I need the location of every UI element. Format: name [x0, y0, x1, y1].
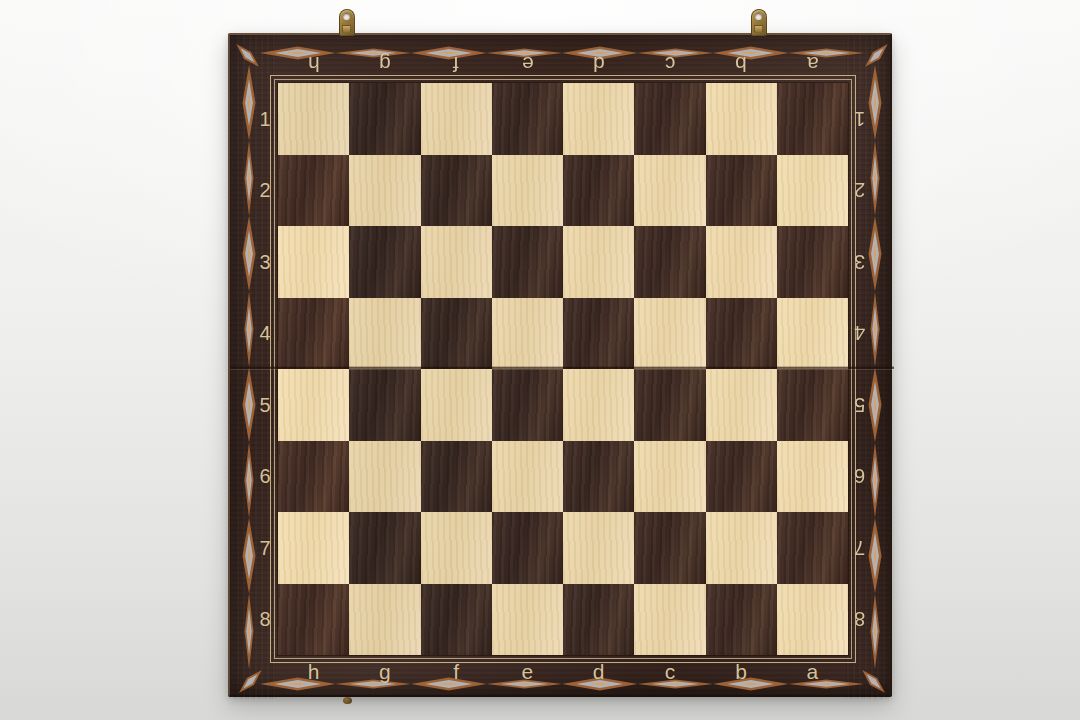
coord-cell: h [278, 658, 349, 684]
square-h1[interactable] [278, 83, 349, 155]
coord-bottom-c: c [665, 661, 676, 682]
square-d6[interactable] [563, 441, 634, 513]
latch-pin [343, 697, 352, 704]
square-f1[interactable] [421, 83, 492, 155]
coord-cell: 2 [847, 155, 873, 227]
coord-bottom-b: b [735, 661, 747, 682]
coord-cell: 8 [847, 584, 873, 656]
square-c2[interactable] [634, 155, 705, 227]
square-g7[interactable] [349, 512, 420, 584]
square-f4[interactable] [421, 298, 492, 370]
square-f2[interactable] [421, 155, 492, 227]
square-g5[interactable] [349, 369, 420, 441]
square-h6[interactable] [278, 441, 349, 513]
square-f7[interactable] [421, 512, 492, 584]
coord-cell: f [421, 658, 492, 684]
coordinates-top: hgfedcba [278, 51, 848, 77]
inlay-corner-svg [857, 665, 890, 698]
square-b6[interactable] [706, 441, 777, 513]
coord-cell: a [777, 51, 848, 77]
coord-top-h: h [308, 54, 320, 75]
square-b4[interactable] [706, 298, 777, 370]
square-f6[interactable] [421, 441, 492, 513]
hanger-inset [342, 25, 351, 33]
square-g1[interactable] [349, 83, 420, 155]
coord-cell: g [349, 658, 420, 684]
coord-cell: f [421, 51, 492, 77]
square-h5[interactable] [278, 369, 349, 441]
coord-left-1: 1 [259, 109, 270, 129]
coord-left-8: 8 [259, 609, 270, 629]
square-a6[interactable] [777, 441, 848, 513]
chess-board: hgfedcba hgfedcba 12345678 12345678 [228, 33, 892, 697]
coord-left-5: 5 [259, 395, 270, 415]
coord-right-2: 2 [854, 180, 865, 200]
square-b5[interactable] [706, 369, 777, 441]
coord-bottom-a: a [807, 661, 819, 682]
brass-hanger-left [339, 9, 355, 36]
square-a4[interactable] [777, 298, 848, 370]
square-g4[interactable] [349, 298, 420, 370]
coord-cell: 5 [847, 369, 873, 441]
coord-right-1: 1 [854, 109, 865, 129]
coord-left-4: 4 [259, 323, 270, 343]
coord-cell: 7 [847, 512, 873, 584]
coord-cell: 4 [847, 298, 873, 370]
brass-hanger-right [751, 9, 767, 36]
coord-top-e: e [522, 54, 534, 75]
inlay-corner-diamond [233, 38, 266, 71]
square-f5[interactable] [421, 369, 492, 441]
coord-right-4: 4 [854, 323, 865, 343]
square-e2[interactable] [492, 155, 563, 227]
square-g3[interactable] [349, 226, 420, 298]
coord-cell: b [706, 658, 777, 684]
inlay-corner-svg [860, 39, 893, 72]
coord-cell: 7 [252, 512, 278, 584]
square-c1[interactable] [634, 83, 705, 155]
square-d3[interactable] [563, 226, 634, 298]
square-b8[interactable] [706, 584, 777, 656]
square-a3[interactable] [777, 226, 848, 298]
square-d4[interactable] [563, 298, 634, 370]
coord-cell: 5 [252, 369, 278, 441]
square-d2[interactable] [563, 155, 634, 227]
square-e8[interactable] [492, 584, 563, 656]
coordinates-right: 12345678 [847, 83, 873, 655]
square-b7[interactable] [706, 512, 777, 584]
coordinates-bottom: hgfedcba [278, 658, 848, 684]
coord-top-a: a [807, 54, 819, 75]
square-c3[interactable] [634, 226, 705, 298]
hanger-hole [755, 13, 762, 20]
coord-cell: 3 [252, 226, 278, 298]
coord-bottom-h: h [308, 661, 320, 682]
inlay-corner-diamond [859, 664, 892, 697]
coord-left-3: 3 [259, 252, 270, 272]
square-c8[interactable] [634, 584, 705, 656]
coord-right-6: 6 [854, 466, 865, 486]
playing-field [278, 83, 848, 655]
hanger-inset [754, 25, 763, 33]
coord-cell: 8 [252, 584, 278, 656]
square-h3[interactable] [278, 226, 349, 298]
inlay-corner-svg [231, 39, 264, 72]
square-e7[interactable] [492, 512, 563, 584]
coord-right-3: 3 [854, 252, 865, 272]
square-e3[interactable] [492, 226, 563, 298]
coord-right-8: 8 [854, 609, 865, 629]
square-e6[interactable] [492, 441, 563, 513]
coord-cell: 6 [847, 441, 873, 513]
square-c6[interactable] [634, 441, 705, 513]
square-b3[interactable] [706, 226, 777, 298]
square-a2[interactable] [777, 155, 848, 227]
inlay-corner-svg [234, 665, 267, 698]
square-h2[interactable] [278, 155, 349, 227]
square-c7[interactable] [634, 512, 705, 584]
square-a7[interactable] [777, 512, 848, 584]
coord-right-5: 5 [854, 395, 865, 415]
coord-bottom-g: g [379, 661, 391, 682]
coord-bottom-d: d [593, 661, 605, 682]
coord-cell: d [563, 658, 634, 684]
square-g6[interactable] [349, 441, 420, 513]
hanger-hole [343, 13, 350, 20]
coord-bottom-f: f [453, 661, 459, 682]
coord-left-6: 6 [259, 466, 270, 486]
coord-cell: 2 [252, 155, 278, 227]
coord-cell: h [278, 51, 349, 77]
coord-cell: g [349, 51, 420, 77]
photo-scene: hgfedcba hgfedcba 12345678 12345678 [0, 0, 1080, 720]
square-d8[interactable] [563, 584, 634, 656]
square-e1[interactable] [492, 83, 563, 155]
coord-left-2: 2 [259, 180, 270, 200]
coord-cell: 6 [252, 441, 278, 513]
coord-cell: 3 [847, 226, 873, 298]
coord-cell: a [777, 658, 848, 684]
square-f8[interactable] [421, 584, 492, 656]
square-c5[interactable] [634, 369, 705, 441]
square-e4[interactable] [492, 298, 563, 370]
coord-cell: c [634, 51, 705, 77]
coord-left-7: 7 [259, 538, 270, 558]
coord-cell: e [492, 51, 563, 77]
coord-bottom-e: e [522, 661, 534, 682]
coord-top-f: f [453, 54, 459, 75]
square-c4[interactable] [634, 298, 705, 370]
coordinates-left: 12345678 [252, 83, 278, 655]
square-d5[interactable] [563, 369, 634, 441]
square-a5[interactable] [777, 369, 848, 441]
coord-right-7: 7 [854, 538, 865, 558]
square-h8[interactable] [278, 584, 349, 656]
coord-cell: c [634, 658, 705, 684]
square-g2[interactable] [349, 155, 420, 227]
coord-cell: 1 [252, 83, 278, 155]
coord-top-d: d [593, 54, 605, 75]
square-d1[interactable] [563, 83, 634, 155]
square-h7[interactable] [278, 512, 349, 584]
square-f3[interactable] [421, 226, 492, 298]
coord-top-c: c [665, 54, 676, 75]
square-b2[interactable] [706, 155, 777, 227]
inlay-corner-diamond [233, 664, 266, 697]
inlay-corner-diamond [859, 38, 892, 71]
square-g8[interactable] [349, 584, 420, 656]
square-d7[interactable] [563, 512, 634, 584]
coord-cell: e [492, 658, 563, 684]
coord-top-b: b [735, 54, 747, 75]
square-e5[interactable] [492, 369, 563, 441]
coord-cell: 1 [847, 83, 873, 155]
square-a8[interactable] [777, 584, 848, 656]
square-b1[interactable] [706, 83, 777, 155]
square-a1[interactable] [777, 83, 848, 155]
coord-cell: b [706, 51, 777, 77]
coord-top-g: g [379, 54, 391, 75]
square-h4[interactable] [278, 298, 349, 370]
coord-cell: d [563, 51, 634, 77]
coord-cell: 4 [252, 298, 278, 370]
